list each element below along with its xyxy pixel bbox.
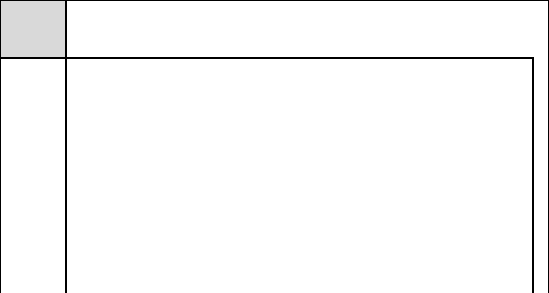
- puzzle-grid: [67, 59, 534, 293]
- watermark-corner: [1, 1, 67, 59]
- site-watermark-strip: [534, 1, 548, 293]
- nonogram-page: [0, 0, 549, 293]
- top-clues-area: [67, 1, 534, 59]
- left-clues-area: [1, 59, 67, 293]
